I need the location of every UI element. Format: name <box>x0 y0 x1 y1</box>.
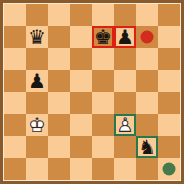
square-a1[interactable] <box>4 158 26 180</box>
square-g2[interactable]: ♞ <box>136 136 158 158</box>
square-h8[interactable] <box>158 4 180 26</box>
square-h5[interactable] <box>158 70 180 92</box>
square-f7[interactable]: ♟ <box>114 26 136 48</box>
square-a3[interactable] <box>4 114 26 136</box>
square-h3[interactable] <box>158 114 180 136</box>
square-f5[interactable] <box>114 70 136 92</box>
square-c8[interactable] <box>48 4 70 26</box>
square-a7[interactable] <box>4 26 26 48</box>
square-e7[interactable]: ♚ <box>92 26 114 48</box>
square-e1[interactable] <box>92 158 114 180</box>
black-queen-piece[interactable]: ♛ <box>26 26 48 48</box>
chess-board-trim: ♛♚♟♟♚♔♟♙♞ <box>3 3 181 181</box>
white-pawn-piece[interactable]: ♟♙ <box>114 114 136 136</box>
square-b5[interactable]: ♟ <box>26 70 48 92</box>
square-f3[interactable]: ♟♙ <box>114 114 136 136</box>
square-h1[interactable] <box>158 158 180 180</box>
square-e3[interactable] <box>92 114 114 136</box>
square-a6[interactable] <box>4 48 26 70</box>
chess-board-frame: ♛♚♟♟♚♔♟♙♞ <box>0 0 184 184</box>
square-b3[interactable]: ♚♔ <box>26 114 48 136</box>
square-g5[interactable] <box>136 70 158 92</box>
square-a2[interactable] <box>4 136 26 158</box>
black-king-piece[interactable]: ♚ <box>92 26 114 48</box>
square-g1[interactable] <box>136 158 158 180</box>
square-c5[interactable] <box>48 70 70 92</box>
square-a5[interactable] <box>4 70 26 92</box>
square-g6[interactable] <box>136 48 158 70</box>
square-h2[interactable] <box>158 136 180 158</box>
square-c4[interactable] <box>48 92 70 114</box>
square-f8[interactable] <box>114 4 136 26</box>
square-f4[interactable] <box>114 92 136 114</box>
black-knight-piece[interactable]: ♞ <box>136 136 158 158</box>
square-b4[interactable] <box>26 92 48 114</box>
square-g7[interactable] <box>136 26 158 48</box>
black-pawn-piece[interactable]: ♟ <box>114 26 136 48</box>
square-d2[interactable] <box>70 136 92 158</box>
square-d7[interactable] <box>70 26 92 48</box>
green-dot-marker <box>163 163 176 176</box>
square-e4[interactable] <box>92 92 114 114</box>
square-c7[interactable] <box>48 26 70 48</box>
square-b7[interactable]: ♛ <box>26 26 48 48</box>
white-king-glyph: ♔ <box>26 114 48 136</box>
white-pawn-glyph: ♙ <box>114 114 136 136</box>
square-b2[interactable] <box>26 136 48 158</box>
square-f1[interactable] <box>114 158 136 180</box>
square-g8[interactable] <box>136 4 158 26</box>
square-d8[interactable] <box>70 4 92 26</box>
square-b6[interactable] <box>26 48 48 70</box>
white-king-piece[interactable]: ♚♔ <box>26 114 48 136</box>
square-c6[interactable] <box>48 48 70 70</box>
square-e8[interactable] <box>92 4 114 26</box>
square-e5[interactable] <box>92 70 114 92</box>
square-h6[interactable] <box>158 48 180 70</box>
square-d3[interactable] <box>70 114 92 136</box>
square-h4[interactable] <box>158 92 180 114</box>
square-b1[interactable] <box>26 158 48 180</box>
square-g4[interactable] <box>136 92 158 114</box>
square-b8[interactable] <box>26 4 48 26</box>
square-a4[interactable] <box>4 92 26 114</box>
square-f6[interactable] <box>114 48 136 70</box>
square-f2[interactable] <box>114 136 136 158</box>
red-dot-marker <box>141 31 154 44</box>
square-g3[interactable] <box>136 114 158 136</box>
square-e6[interactable] <box>92 48 114 70</box>
square-c1[interactable] <box>48 158 70 180</box>
black-pawn-piece[interactable]: ♟ <box>26 70 48 92</box>
square-d5[interactable] <box>70 70 92 92</box>
square-e2[interactable] <box>92 136 114 158</box>
square-d6[interactable] <box>70 48 92 70</box>
square-a8[interactable] <box>4 4 26 26</box>
square-d4[interactable] <box>70 92 92 114</box>
square-c2[interactable] <box>48 136 70 158</box>
chess-board: ♛♚♟♟♚♔♟♙♞ <box>4 4 180 180</box>
square-d1[interactable] <box>70 158 92 180</box>
square-h7[interactable] <box>158 26 180 48</box>
square-c3[interactable] <box>48 114 70 136</box>
